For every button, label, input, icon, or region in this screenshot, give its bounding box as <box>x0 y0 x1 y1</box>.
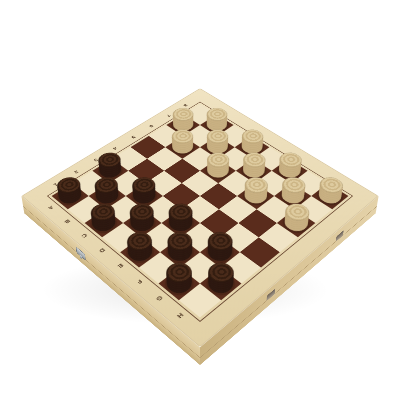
board-grid <box>52 104 349 317</box>
product-photo: ABCDEFGH 87654321 <box>0 0 400 400</box>
metal-clasp <box>76 246 86 260</box>
piece-dark-a1[interactable] <box>54 185 85 207</box>
piece-light-h6[interactable] <box>280 211 312 235</box>
hinge <box>336 230 344 242</box>
scene-stage: ABCDEFGH 87654321 <box>0 0 400 400</box>
hinge <box>267 288 276 301</box>
playing-area <box>52 104 349 317</box>
checkers-box: ABCDEFGH 87654321 <box>21 88 378 347</box>
